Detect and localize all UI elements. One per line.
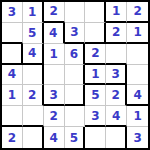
empty-cell-r6c1[interactable] (2, 106, 23, 127)
given-cell-r4c5: 1 (85, 65, 106, 86)
given-cell-r6c5: 3 (85, 106, 106, 127)
empty-cell-r3c1[interactable] (2, 44, 23, 65)
puzzle-page: 3121254321416241312352423412453 (0, 0, 150, 150)
empty-cell-r4c3[interactable] (44, 65, 65, 86)
given-cell-r3c2: 4 (23, 44, 44, 65)
given-cell-r7c1: 2 (2, 127, 23, 148)
empty-cell-r4c2[interactable] (23, 65, 44, 86)
given-cell-r6c3: 2 (44, 106, 65, 127)
empty-cell-r6c2[interactable] (23, 106, 44, 127)
empty-cell-r7c6[interactable] (106, 127, 127, 148)
given-cell-r2c4: 3 (65, 23, 86, 44)
given-cell-r5c5: 5 (85, 85, 106, 106)
given-cell-r1c7: 2 (127, 2, 148, 23)
given-cell-r2c2: 5 (23, 23, 44, 44)
empty-cell-r4c7[interactable] (127, 65, 148, 86)
given-cell-r5c1: 1 (2, 85, 23, 106)
empty-cell-r2c1[interactable] (2, 23, 23, 44)
given-cell-r1c2: 1 (23, 2, 44, 23)
given-cell-r1c1: 3 (2, 2, 23, 23)
given-cell-r3c4: 6 (65, 44, 86, 65)
given-cell-r4c6: 3 (106, 65, 127, 86)
given-cell-r6c6: 4 (106, 106, 127, 127)
given-cell-r3c3: 1 (44, 44, 65, 65)
empty-cell-r7c5[interactable] (85, 127, 106, 148)
given-cell-r5c2: 2 (23, 85, 44, 106)
given-cell-r6c7: 1 (127, 106, 148, 127)
given-cell-r7c7: 3 (127, 127, 148, 148)
empty-cell-r7c2[interactable] (23, 127, 44, 148)
empty-cell-r3c6[interactable] (106, 44, 127, 65)
empty-cell-r3c7[interactable] (127, 44, 148, 65)
given-cell-r1c3: 2 (44, 2, 65, 23)
given-cell-r5c3: 3 (44, 85, 65, 106)
given-cell-r2c7: 1 (127, 23, 148, 44)
given-cell-r3c5: 2 (85, 44, 106, 65)
empty-cell-r5c4[interactable] (65, 85, 86, 106)
given-cell-r1c6: 1 (106, 2, 127, 23)
given-cell-r2c6: 2 (106, 23, 127, 44)
given-cell-r5c7: 4 (127, 85, 148, 106)
empty-cell-r6c4[interactable] (65, 106, 86, 127)
empty-cell-r4c4[interactable] (65, 65, 86, 86)
empty-cell-r2c5[interactable] (85, 23, 106, 44)
empty-cell-r1c4[interactable] (65, 2, 86, 23)
given-cell-r2c3: 4 (44, 23, 65, 44)
given-cell-r7c4: 5 (65, 127, 86, 148)
empty-cell-r1c5[interactable] (85, 2, 106, 23)
given-cell-r4c1: 4 (2, 65, 23, 86)
given-cell-r5c6: 2 (106, 85, 127, 106)
puzzle-board: 3121254321416241312352423412453 (0, 0, 150, 150)
given-cell-r7c3: 4 (44, 127, 65, 148)
